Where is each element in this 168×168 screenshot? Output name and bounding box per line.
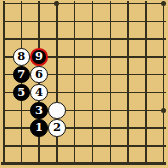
stone-number: 2 xyxy=(53,122,61,134)
star-point xyxy=(54,1,59,6)
stone-black-7[interactable]: 7 xyxy=(13,66,30,83)
go-diagram: 897654312 xyxy=(0,0,168,168)
stone-number: 4 xyxy=(35,86,43,98)
grid-line-horizontal xyxy=(3,110,167,111)
grid-line-vertical xyxy=(145,1,146,165)
stone-number: 8 xyxy=(17,51,25,63)
grid-line-horizontal xyxy=(3,127,167,128)
stone-number: 7 xyxy=(17,68,25,80)
grid-line-vertical xyxy=(163,1,164,165)
stone-white-2[interactable]: 2 xyxy=(48,119,65,136)
grid-line-vertical xyxy=(110,1,111,165)
grid-line-vertical xyxy=(56,1,57,165)
star-point xyxy=(161,108,166,113)
stone-black-3[interactable]: 3 xyxy=(30,102,47,119)
grid-line-horizontal xyxy=(3,21,167,22)
grid-line-horizontal xyxy=(3,145,167,146)
stone-number: 6 xyxy=(35,68,43,80)
stone-white-8[interactable]: 8 xyxy=(13,48,30,65)
go-board[interactable]: 897654312 xyxy=(0,0,168,168)
stone-white-6[interactable]: 6 xyxy=(30,66,47,83)
stone-black-5[interactable]: 5 xyxy=(13,84,30,101)
grid-line-vertical xyxy=(74,1,75,165)
grid-line-horizontal xyxy=(1,162,166,165)
grid-line-horizontal xyxy=(3,38,167,39)
stone-number: 3 xyxy=(35,104,43,116)
star-point xyxy=(161,1,166,6)
stone-number: 9 xyxy=(35,51,43,63)
stone-number: 1 xyxy=(35,122,43,134)
stone-black-9[interactable]: 9 xyxy=(30,48,47,65)
stone-white-plain[interactable] xyxy=(48,102,65,119)
stone-white-4[interactable]: 4 xyxy=(30,84,47,101)
grid-line-horizontal xyxy=(3,3,167,4)
stone-black-1[interactable]: 1 xyxy=(30,119,47,136)
grid-line-vertical xyxy=(92,1,93,165)
stone-number: 5 xyxy=(17,86,25,98)
grid-line-vertical xyxy=(3,1,5,165)
grid-line-vertical xyxy=(127,1,128,165)
